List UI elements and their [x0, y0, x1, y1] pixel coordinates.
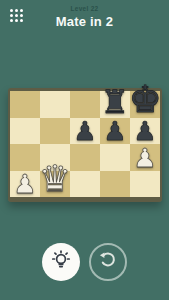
square-c2[interactable]: [70, 144, 100, 171]
app-root: Level 22 Mate in 2 ♜♚♟♟♟♟♟♛: [0, 0, 169, 300]
square-e4[interactable]: ♚: [130, 91, 160, 118]
square-d3[interactable]: ♟: [100, 118, 130, 145]
piece-black-pawn-c3[interactable]: ♟: [73, 118, 96, 144]
square-d1[interactable]: [100, 171, 130, 198]
square-b1[interactable]: ♛: [40, 171, 70, 198]
square-b3[interactable]: [40, 118, 70, 145]
square-c3[interactable]: ♟: [70, 118, 100, 145]
square-a2[interactable]: [10, 144, 40, 171]
page-title: Mate in 2: [0, 14, 169, 29]
square-e2[interactable]: ♟: [130, 144, 160, 171]
piece-black-king-e4[interactable]: ♚: [128, 81, 161, 118]
square-e3[interactable]: ♟: [130, 118, 160, 145]
hint-button[interactable]: [42, 243, 80, 281]
piece-black-pawn-e3[interactable]: ♟: [133, 118, 156, 144]
chess-board: ♜♚♟♟♟♟♟♛: [10, 91, 160, 197]
square-b4[interactable]: [40, 91, 70, 118]
square-a1[interactable]: ♟: [10, 171, 40, 198]
toolbar: [0, 243, 169, 281]
square-a4[interactable]: [10, 91, 40, 118]
lightbulb-icon: [51, 250, 71, 274]
level-label: Level 22: [0, 5, 169, 12]
undo-button[interactable]: [89, 243, 127, 281]
square-d2[interactable]: [100, 144, 130, 171]
square-d4[interactable]: ♜: [100, 91, 130, 118]
square-a3[interactable]: [10, 118, 40, 145]
piece-white-queen-b1[interactable]: ♛: [39, 161, 71, 197]
piece-black-rook-d4[interactable]: ♜: [101, 86, 130, 118]
undo-arrow-icon: [98, 250, 118, 274]
piece-white-pawn-e2[interactable]: ♟: [133, 145, 156, 171]
piece-white-pawn-a1[interactable]: ♟: [13, 171, 36, 197]
square-c1[interactable]: [70, 171, 100, 198]
board-frame: ♜♚♟♟♟♟♟♛: [8, 88, 162, 202]
square-c4[interactable]: [70, 91, 100, 118]
piece-black-pawn-d3[interactable]: ♟: [103, 118, 126, 144]
square-e1[interactable]: [130, 171, 160, 198]
